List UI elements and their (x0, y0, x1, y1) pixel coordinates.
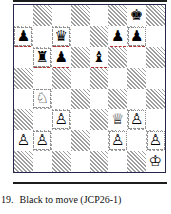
square-c6: ♟ (52, 47, 71, 68)
square-h8 (146, 5, 165, 26)
square-a1 (14, 151, 33, 172)
square-d1 (71, 151, 90, 172)
black-queen-c7: ♛ (53, 28, 69, 45)
square-f7: ♟ (108, 26, 127, 47)
square-e4 (90, 89, 109, 110)
square-f8 (108, 5, 127, 26)
square-c3: ♙ (52, 109, 71, 130)
black-pawn-g7: ♟ (129, 28, 145, 45)
square-g2 (127, 130, 146, 151)
square-h4 (146, 89, 165, 110)
square-a2: ♙ (14, 130, 33, 151)
black-rook-b6: ♜ (34, 49, 50, 66)
square-e2 (90, 130, 109, 151)
black-pawn-a7: ♟ (15, 28, 31, 45)
white-pawn-f2: ♙ (110, 132, 126, 149)
square-h3 (146, 109, 165, 130)
square-d2 (71, 130, 90, 151)
square-h6 (146, 47, 165, 68)
square-a5 (14, 68, 33, 89)
square-e7 (90, 26, 109, 47)
square-b3 (33, 109, 52, 130)
black-king-g8: ♚ (129, 7, 145, 24)
square-g4 (127, 89, 146, 110)
square-f6 (108, 47, 127, 68)
square-a7: ♟ (14, 26, 33, 47)
square-c8 (52, 5, 71, 26)
square-e6: ♝ (90, 47, 109, 68)
square-c5 (52, 68, 71, 89)
square-e8 (90, 5, 109, 26)
square-c7: ♛ (52, 26, 71, 47)
square-a6 (14, 47, 33, 68)
square-b8 (33, 5, 52, 26)
white-knight-b4: ♘ (34, 90, 50, 107)
white-pawn-b2: ♙ (34, 132, 50, 149)
square-a4 (14, 89, 33, 110)
square-e1 (90, 151, 109, 172)
white-pawn-a2: ♙ (15, 132, 31, 149)
square-c1 (52, 151, 71, 172)
white-pawn-g3: ♙ (129, 111, 145, 128)
square-a3 (14, 109, 33, 130)
chess-board: ♚♟♛♟♟♜♟♝♘♙♕♙♙♙♙♙♔ (13, 4, 166, 173)
square-d3 (71, 109, 90, 130)
square-b4: ♘ (33, 89, 52, 110)
square-g5 (127, 68, 146, 89)
black-bishop-e6: ♝ (91, 49, 107, 66)
square-f5 (108, 68, 127, 89)
square-d5 (71, 68, 90, 89)
bottom-rule (13, 182, 167, 184)
square-b1 (33, 151, 52, 172)
white-king-h1: ♔ (148, 153, 164, 170)
square-f2: ♙ (108, 130, 127, 151)
square-h5 (146, 68, 165, 89)
square-a8 (14, 5, 33, 26)
square-e5 (90, 68, 109, 89)
square-g8: ♚ (127, 5, 146, 26)
square-g3: ♙ (127, 109, 146, 130)
black-pawn-f7: ♟ (110, 28, 126, 45)
white-queen-f3: ♕ (110, 111, 126, 128)
square-h2: ♙ (146, 130, 165, 151)
square-f1 (108, 151, 127, 172)
square-d7 (71, 26, 90, 47)
square-f3: ♕ (108, 109, 127, 130)
white-pawn-c3: ♙ (53, 111, 69, 128)
figure-caption: 19.Black to move (JCP26-1) (1, 194, 121, 205)
square-c2 (52, 130, 71, 151)
square-g7: ♟ (127, 26, 146, 47)
square-g1 (127, 151, 146, 172)
square-h7 (146, 26, 165, 47)
caption-number: 19. (1, 194, 14, 205)
square-c4 (52, 89, 71, 110)
square-b6: ♜ (33, 47, 52, 68)
square-d6 (71, 47, 90, 68)
square-g6 (127, 47, 146, 68)
square-e3 (90, 109, 109, 130)
black-pawn-c6: ♟ (53, 49, 69, 66)
caption-text: Black to move (JCP26-1) (20, 194, 122, 205)
square-b7 (33, 26, 52, 47)
square-d4 (71, 89, 90, 110)
top-rule (13, 0, 167, 2)
chess-diagram-figure: ♚♟♛♟♟♜♟♝♘♙♕♙♙♙♙♙♔ 19.Black to move (JCP2… (0, 0, 171, 214)
square-b5 (33, 68, 52, 89)
square-d8 (71, 5, 90, 26)
square-h1: ♔ (146, 151, 165, 172)
square-f4 (108, 89, 127, 110)
white-pawn-h2: ♙ (148, 132, 164, 149)
square-b2: ♙ (33, 130, 52, 151)
